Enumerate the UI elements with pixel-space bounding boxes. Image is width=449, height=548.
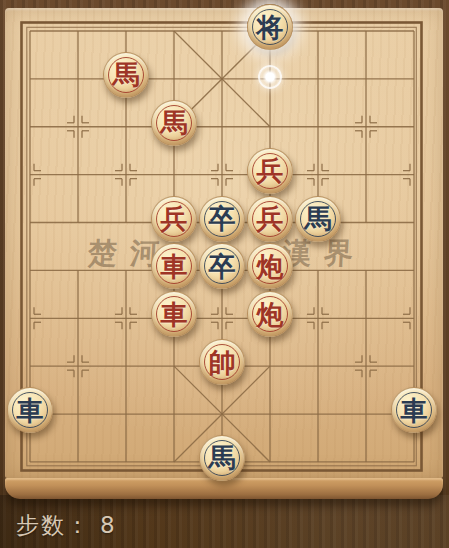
move-count-value: 8: [100, 512, 117, 538]
piece-red-horse[interactable]: 馬: [151, 100, 197, 146]
piece-black-soldier[interactable]: 卒: [199, 196, 245, 242]
piece-character: 帥: [209, 349, 236, 376]
piece-character: 炮: [257, 301, 284, 328]
piece-black-horse[interactable]: 馬: [199, 435, 245, 481]
board-front-edge: [5, 478, 443, 499]
status-bar: 步数： 8: [16, 510, 117, 540]
piece-character: 兵: [161, 205, 188, 232]
piece-character: 車: [401, 397, 428, 424]
piece-character: 車: [161, 253, 188, 280]
piece-character: 卒: [209, 253, 236, 280]
piece-character: 将: [257, 14, 284, 41]
piece-character: 車: [17, 397, 44, 424]
piece-red-horse[interactable]: 馬: [103, 52, 149, 98]
piece-red-soldier[interactable]: 兵: [247, 148, 293, 194]
piece-character: 馬: [113, 61, 140, 88]
piece-character: 馬: [305, 205, 332, 232]
piece-black-horse[interactable]: 馬: [295, 196, 341, 242]
piece-red-chariot[interactable]: 車: [151, 291, 197, 337]
piece-character: 炮: [257, 253, 284, 280]
piece-black-general[interactable]: 将: [247, 4, 293, 50]
piece-black-chariot[interactable]: 車: [7, 387, 53, 433]
piece-black-chariot[interactable]: 車: [391, 387, 437, 433]
piece-red-cannon[interactable]: 炮: [247, 291, 293, 337]
piece-character: 車: [161, 301, 188, 328]
piece-character: 馬: [161, 109, 188, 136]
piece-character: 兵: [257, 205, 284, 232]
piece-character: 兵: [257, 157, 284, 184]
piece-red-soldier[interactable]: 兵: [151, 196, 197, 242]
piece-character: 卒: [209, 205, 236, 232]
piece-red-soldier[interactable]: 兵: [247, 196, 293, 242]
move-count-label: 步数：: [16, 510, 91, 541]
last-move-origin-marker: [258, 65, 282, 89]
piece-red-general[interactable]: 帥: [199, 339, 245, 385]
piece-character: 馬: [209, 444, 236, 471]
